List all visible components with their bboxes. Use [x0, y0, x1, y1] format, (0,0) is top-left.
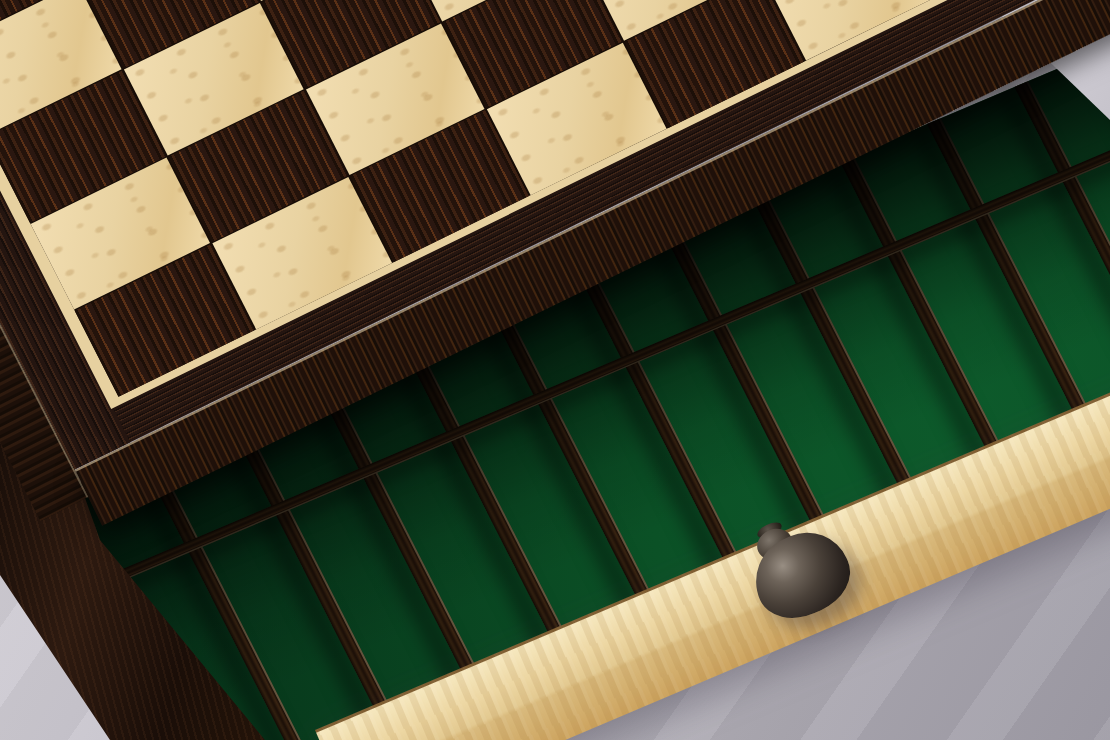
chess-table-photo	[0, 0, 1110, 740]
